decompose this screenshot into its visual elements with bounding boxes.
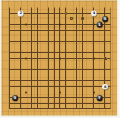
hoshi-dot (93, 58, 95, 60)
marker-B[interactable]: B (81, 17, 84, 22)
go-diagram: 1234567ABCD (0, 0, 120, 118)
stone-black-R3[interactable]: 7 (97, 95, 103, 101)
hoshi-dot (25, 58, 27, 60)
hoshi-dot (59, 91, 61, 93)
stone-black-S17[interactable]: 5 (102, 16, 108, 22)
hoshi-dot (59, 24, 61, 26)
hoshi-dot (25, 91, 27, 93)
hoshi-dot (25, 24, 27, 26)
stone-white-S5[interactable]: 6 (102, 84, 108, 90)
stone-black-R16[interactable]: 1 (97, 22, 103, 28)
go-board[interactable]: 1234567ABCD (2, 1, 118, 116)
marker-D[interactable]: D (70, 17, 73, 22)
board-grid[interactable]: 1234567ABCD (9, 8, 111, 110)
hoshi-dot (93, 91, 95, 93)
marker-A[interactable]: A (104, 56, 107, 61)
stone-white-C18[interactable]: 2 (18, 11, 24, 17)
hoshi-dot (59, 58, 61, 60)
hoshi-dot (93, 24, 95, 26)
stone-white-Q18[interactable]: 4 (91, 11, 97, 17)
marker-C[interactable]: C (64, 11, 67, 16)
stone-black-B3[interactable]: 3 (12, 95, 18, 101)
